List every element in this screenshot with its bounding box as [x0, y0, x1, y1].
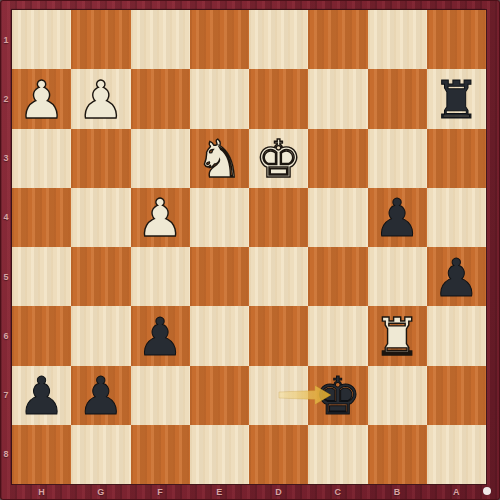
rank-label-5: 5: [0, 271, 12, 283]
square-f8[interactable]: [131, 425, 190, 484]
rank-label-2: 2: [0, 93, 12, 105]
file-label-b: B: [368, 486, 427, 498]
square-a5[interactable]: ♟: [427, 247, 486, 306]
square-f3[interactable]: [131, 129, 190, 188]
square-b6[interactable]: ♜: [368, 306, 427, 365]
square-d7[interactable]: [249, 366, 308, 425]
square-a7[interactable]: [427, 366, 486, 425]
square-a2[interactable]: ♜: [427, 69, 486, 128]
square-e4[interactable]: [190, 188, 249, 247]
square-a4[interactable]: [427, 188, 486, 247]
square-f1[interactable]: [131, 10, 190, 69]
square-e6[interactable]: [190, 306, 249, 365]
square-h7[interactable]: ♟: [12, 366, 71, 425]
square-b7[interactable]: [368, 366, 427, 425]
square-f7[interactable]: [131, 366, 190, 425]
square-c2[interactable]: [308, 69, 367, 128]
square-b2[interactable]: [368, 69, 427, 128]
square-h1[interactable]: [12, 10, 71, 69]
square-b8[interactable]: [368, 425, 427, 484]
square-d3[interactable]: ♚: [249, 129, 308, 188]
square-b3[interactable]: [368, 129, 427, 188]
square-a6[interactable]: [427, 306, 486, 365]
square-a3[interactable]: [427, 129, 486, 188]
square-g5[interactable]: [71, 247, 130, 306]
white-king[interactable]: ♚: [255, 133, 302, 185]
square-c5[interactable]: [308, 247, 367, 306]
rank-label-6: 6: [0, 330, 12, 342]
square-g3[interactable]: [71, 129, 130, 188]
square-f5[interactable]: [131, 247, 190, 306]
square-g6[interactable]: [71, 306, 130, 365]
square-e7[interactable]: [190, 366, 249, 425]
square-c7[interactable]: ♚: [308, 366, 367, 425]
file-label-c: C: [308, 486, 367, 498]
square-c1[interactable]: [308, 10, 367, 69]
rank-label-8: 8: [0, 448, 12, 460]
square-c3[interactable]: [308, 129, 367, 188]
rank-label-1: 1: [0, 34, 12, 46]
black-rook[interactable]: ♜: [433, 74, 480, 126]
black-pawn[interactable]: ♟: [137, 311, 184, 363]
black-king[interactable]: ♚: [315, 370, 362, 422]
file-label-a: A: [427, 486, 486, 498]
black-pawn[interactable]: ♟: [433, 252, 480, 304]
square-b4[interactable]: ♟: [368, 188, 427, 247]
square-a1[interactable]: [427, 10, 486, 69]
square-c4[interactable]: [308, 188, 367, 247]
black-pawn[interactable]: ♟: [18, 370, 65, 422]
square-a8[interactable]: [427, 425, 486, 484]
black-pawn[interactable]: ♟: [78, 370, 125, 422]
square-h8[interactable]: [12, 425, 71, 484]
square-h4[interactable]: [12, 188, 71, 247]
file-label-e: E: [190, 486, 249, 498]
square-h3[interactable]: [12, 129, 71, 188]
square-e1[interactable]: [190, 10, 249, 69]
square-f4[interactable]: ♟: [131, 188, 190, 247]
square-h2[interactable]: ♟: [12, 69, 71, 128]
square-g4[interactable]: [71, 188, 130, 247]
square-c6[interactable]: [308, 306, 367, 365]
rank-label-4: 4: [0, 211, 12, 223]
square-g1[interactable]: [71, 10, 130, 69]
square-b1[interactable]: [368, 10, 427, 69]
white-knight[interactable]: ♞: [196, 133, 243, 185]
square-g7[interactable]: ♟: [71, 366, 130, 425]
rank-label-3: 3: [0, 152, 12, 164]
black-pawn[interactable]: ♟: [374, 192, 421, 244]
chessboard-frame: ♟♟♜♞♚♟♟♟♟♜♟♟♚ 12345678 HGFEDCBA: [0, 0, 500, 500]
file-label-h: H: [12, 486, 71, 498]
square-f6[interactable]: ♟: [131, 306, 190, 365]
square-f2[interactable]: [131, 69, 190, 128]
file-label-d: D: [249, 486, 308, 498]
file-label-g: G: [71, 486, 130, 498]
square-e8[interactable]: [190, 425, 249, 484]
white-pawn[interactable]: ♟: [18, 74, 65, 126]
square-d1[interactable]: [249, 10, 308, 69]
white-to-move-indicator: [483, 487, 491, 495]
square-g8[interactable]: [71, 425, 130, 484]
file-label-f: F: [131, 486, 190, 498]
chess-board: ♟♟♜♞♚♟♟♟♟♜♟♟♚: [12, 10, 486, 484]
rank-label-7: 7: [0, 389, 12, 401]
square-c8[interactable]: [308, 425, 367, 484]
square-d4[interactable]: [249, 188, 308, 247]
square-d8[interactable]: [249, 425, 308, 484]
square-b5[interactable]: [368, 247, 427, 306]
square-d2[interactable]: [249, 69, 308, 128]
white-rook[interactable]: ♜: [374, 311, 421, 363]
white-pawn[interactable]: ♟: [137, 192, 184, 244]
square-d5[interactable]: [249, 247, 308, 306]
square-e5[interactable]: [190, 247, 249, 306]
square-g2[interactable]: ♟: [71, 69, 130, 128]
square-e3[interactable]: ♞: [190, 129, 249, 188]
square-e2[interactable]: [190, 69, 249, 128]
square-d6[interactable]: [249, 306, 308, 365]
square-h5[interactable]: [12, 247, 71, 306]
square-h6[interactable]: [12, 306, 71, 365]
white-pawn[interactable]: ♟: [78, 74, 125, 126]
